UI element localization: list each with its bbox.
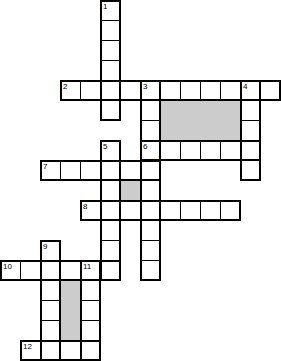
shaded-region-3 xyxy=(61,281,80,340)
cell-r13c4[interactable] xyxy=(80,260,101,281)
cell-r5c5[interactable] xyxy=(100,100,121,121)
cell-r13c0[interactable] xyxy=(0,260,21,281)
shaded-region-2 xyxy=(121,181,140,200)
cell-r16c4[interactable] xyxy=(80,320,101,341)
cell-r7c8[interactable] xyxy=(160,140,181,161)
cell-r8c4[interactable] xyxy=(80,160,101,181)
cell-r13c2[interactable] xyxy=(40,260,61,281)
cell-r7c12[interactable] xyxy=(240,140,261,161)
cell-r11c7[interactable] xyxy=(140,220,161,241)
cell-r10c8[interactable] xyxy=(160,200,181,221)
cell-r8c12[interactable] xyxy=(240,160,261,181)
cell-r9c7[interactable] xyxy=(140,180,161,201)
cell-r1c5[interactable] xyxy=(100,20,121,41)
cell-r15c4[interactable] xyxy=(80,300,101,321)
cell-r6c12[interactable] xyxy=(240,120,261,141)
cell-r4c6[interactable] xyxy=(120,80,141,101)
cell-r8c5[interactable] xyxy=(100,160,121,181)
cell-r13c1[interactable] xyxy=(20,260,41,281)
cell-r17c2[interactable] xyxy=(40,340,61,361)
cell-r12c7[interactable] xyxy=(140,240,161,261)
cell-r0c5[interactable] xyxy=(100,0,121,21)
cell-r7c7[interactable] xyxy=(140,140,161,161)
cell-r17c4[interactable] xyxy=(80,340,101,361)
cell-r4c9[interactable] xyxy=(180,80,201,101)
cell-r12c5[interactable] xyxy=(100,240,121,261)
cell-r13c5[interactable] xyxy=(100,260,121,281)
cell-r10c7[interactable] xyxy=(140,200,161,221)
cell-r4c8[interactable] xyxy=(160,80,181,101)
cell-r12c2[interactable] xyxy=(40,240,61,261)
cell-r7c10[interactable] xyxy=(200,140,221,161)
cell-r4c10[interactable] xyxy=(200,80,221,101)
cell-r6c7[interactable] xyxy=(140,120,161,141)
cell-r16c2[interactable] xyxy=(40,320,61,341)
cell-r7c11[interactable] xyxy=(220,140,241,161)
cell-r4c3[interactable] xyxy=(60,80,81,101)
cell-r8c2[interactable] xyxy=(40,160,61,181)
cell-r17c3[interactable] xyxy=(60,340,81,361)
cell-r5c12[interactable] xyxy=(240,100,261,121)
cell-r10c4[interactable] xyxy=(80,200,101,221)
cell-r10c6[interactable] xyxy=(120,200,141,221)
cell-r4c7[interactable] xyxy=(140,80,161,101)
cell-r8c7[interactable] xyxy=(140,160,161,181)
cell-r9c5[interactable] xyxy=(100,180,121,201)
cell-r8c3[interactable] xyxy=(60,160,81,181)
cell-r15c2[interactable] xyxy=(40,300,61,321)
cell-r17c1[interactable] xyxy=(20,340,41,361)
cell-r4c12[interactable] xyxy=(240,80,261,101)
cell-r14c2[interactable] xyxy=(40,280,61,301)
cell-r4c5[interactable] xyxy=(100,80,121,101)
cell-r8c6[interactable] xyxy=(120,160,141,181)
cell-r10c11[interactable] xyxy=(220,200,241,221)
cell-r2c5[interactable] xyxy=(100,40,121,61)
cell-r11c5[interactable] xyxy=(100,220,121,241)
cell-r10c5[interactable] xyxy=(100,200,121,221)
crossword-board: 123456789101112 xyxy=(0,0,281,361)
cell-r10c10[interactable] xyxy=(200,200,221,221)
cell-r7c9[interactable] xyxy=(180,140,201,161)
cell-r13c3[interactable] xyxy=(60,260,81,281)
cell-r10c9[interactable] xyxy=(180,200,201,221)
cell-r5c7[interactable] xyxy=(140,100,161,121)
cell-r7c5[interactable] xyxy=(100,140,121,161)
cell-r14c4[interactable] xyxy=(80,280,101,301)
cell-r4c13[interactable] xyxy=(260,80,281,101)
cell-r4c11[interactable] xyxy=(220,80,241,101)
cell-r13c7[interactable] xyxy=(140,260,161,281)
cell-r3c5[interactable] xyxy=(100,60,121,81)
shaded-region-1 xyxy=(161,101,240,140)
cell-r4c4[interactable] xyxy=(80,80,101,101)
